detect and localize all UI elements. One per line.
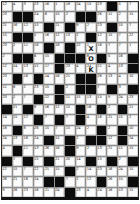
cell-r8c2[interactable]: 2 bbox=[23, 85, 33, 94]
cell-r16c7[interactable]: 2 bbox=[76, 167, 86, 176]
cell-r3c11[interactable]: 7 bbox=[118, 33, 128, 42]
code-number: 26 bbox=[97, 74, 101, 78]
puzzle-page: 1243231611824152357232461522611215211612… bbox=[0, 0, 140, 204]
code-number: 15 bbox=[3, 33, 7, 37]
code-number: 13 bbox=[118, 188, 122, 192]
cell-r16c0[interactable]: 12 bbox=[2, 167, 12, 176]
cell-r11c6[interactable]: 7 bbox=[65, 115, 75, 124]
cell-r12c3[interactable]: 26 bbox=[34, 126, 44, 135]
cell-r12c10[interactable]: 2 bbox=[107, 126, 117, 135]
cell-r4c1[interactable]: 2 bbox=[13, 43, 23, 52]
cell-r5c11[interactable]: 16 bbox=[118, 54, 128, 63]
code-number: 21 bbox=[45, 167, 49, 171]
cell-r9c10[interactable]: 9 bbox=[107, 95, 117, 104]
code-number: 1 bbox=[55, 2, 57, 6]
cell-r4c5[interactable]: 18 bbox=[55, 43, 65, 52]
cell-r4c11[interactable]: 7 bbox=[118, 43, 128, 52]
cell-r8c0[interactable]: 11 bbox=[2, 85, 12, 94]
cell-r12c2[interactable]: 8 bbox=[23, 126, 33, 135]
code-number: 2 bbox=[87, 126, 89, 130]
code-number: 4 bbox=[76, 64, 78, 68]
cell-r11c12[interactable]: 2 bbox=[128, 115, 138, 124]
cell-r16c1[interactable]: 15 bbox=[13, 167, 23, 176]
cell-r16c4[interactable]: 21 bbox=[44, 167, 54, 176]
code-number: 6 bbox=[45, 12, 47, 16]
cell-r5c4[interactable]: 15 bbox=[44, 54, 54, 63]
black-cell-r8c7 bbox=[76, 85, 86, 94]
cell-r16c8[interactable]: 14 bbox=[86, 167, 96, 176]
code-number: 17 bbox=[45, 64, 49, 68]
cell-r12c8[interactable]: 2 bbox=[86, 126, 96, 135]
cell-r9c6[interactable]: 11 bbox=[65, 95, 75, 104]
code-number: 21 bbox=[55, 157, 59, 161]
cell-r18c0[interactable]: 9 bbox=[2, 188, 12, 197]
code-number: 13 bbox=[66, 33, 70, 37]
cell-r8c6[interactable]: 2 bbox=[65, 85, 75, 94]
cell-r15c7[interactable]: 14 bbox=[76, 157, 86, 166]
cell-r3c6[interactable]: 13 bbox=[65, 33, 75, 42]
cell-r13c0[interactable]: 24 bbox=[2, 136, 12, 145]
code-number: 4 bbox=[87, 115, 89, 119]
code-number: 7 bbox=[13, 157, 15, 161]
cell-r2c0[interactable]: 21 bbox=[2, 23, 12, 32]
cell-r18c4[interactable]: 21 bbox=[44, 188, 54, 197]
code-number: 15 bbox=[34, 64, 38, 68]
cell-r3c5[interactable]: 12 bbox=[55, 33, 65, 42]
cell-r7c10[interactable]: 13 bbox=[107, 74, 117, 83]
cell-r1c4[interactable]: 6 bbox=[44, 12, 54, 21]
cell-r6c3[interactable]: 15 bbox=[34, 64, 44, 73]
cell-r7c12[interactable]: 10 bbox=[128, 74, 138, 83]
cell-r18c11[interactable]: 13 bbox=[118, 188, 128, 197]
code-number: 2 bbox=[76, 177, 78, 181]
black-cell-r7c7 bbox=[76, 74, 86, 83]
cell-r6c0[interactable]: 12 bbox=[2, 64, 12, 73]
code-number: 1 bbox=[129, 43, 131, 47]
code-number: 16 bbox=[13, 23, 17, 27]
cell-r4c3[interactable]: 16 bbox=[34, 43, 44, 52]
code-number: 23 bbox=[3, 43, 7, 47]
cell-r13c10[interactable]: 12 bbox=[107, 136, 117, 145]
cell-r14c0[interactable]: 4 bbox=[2, 146, 12, 155]
code-number: 2 bbox=[76, 33, 78, 37]
cell-r0c9[interactable]: 23 bbox=[97, 2, 107, 11]
cell-r14c12[interactable]: 15 bbox=[128, 146, 138, 155]
code-number: 21 bbox=[13, 177, 17, 181]
cell-r18c1[interactable]: 26 bbox=[13, 188, 23, 197]
code-number: 8 bbox=[13, 85, 15, 89]
cell-r7c0[interactable]: 23 bbox=[2, 74, 12, 83]
code-number: 9 bbox=[76, 146, 78, 150]
cell-r15c3[interactable]: 15 bbox=[34, 157, 44, 166]
code-number: 14 bbox=[13, 64, 17, 68]
given-letter-cell-r5c8[interactable]: 8O bbox=[86, 54, 96, 63]
black-cell-r1c2 bbox=[23, 12, 33, 21]
cell-r2c1[interactable]: 16 bbox=[13, 23, 23, 32]
cell-r14c5[interactable]: 16 bbox=[55, 146, 65, 155]
cell-r2c11[interactable]: 15 bbox=[118, 23, 128, 32]
cell-r6c2[interactable]: 13 bbox=[23, 64, 33, 73]
cell-r2c12[interactable]: 7 bbox=[128, 23, 138, 32]
cell-r0c5[interactable]: 1 bbox=[55, 2, 65, 11]
black-cell-r14c6 bbox=[65, 146, 75, 155]
cell-r11c9[interactable]: 16 bbox=[97, 115, 107, 124]
cell-r14c3[interactable]: 13 bbox=[34, 146, 44, 155]
cell-r1c12[interactable]: 15 bbox=[128, 12, 138, 21]
code-number: 2 bbox=[76, 136, 78, 140]
code-number: 23 bbox=[34, 2, 38, 6]
cell-r0c2[interactable]: 3 bbox=[23, 2, 33, 11]
cell-r8c11[interactable]: 3 bbox=[118, 85, 128, 94]
black-cell-r15c4 bbox=[44, 157, 54, 166]
cell-r9c11[interactable]: 24 bbox=[118, 95, 128, 104]
cell-r15c11[interactable]: 2 bbox=[118, 157, 128, 166]
code-number: 21 bbox=[108, 146, 112, 150]
black-cell-r4c4 bbox=[44, 43, 54, 52]
code-number: 16 bbox=[97, 115, 101, 119]
cell-r16c10[interactable]: 16 bbox=[107, 167, 117, 176]
given-letter-O: O bbox=[86, 56, 96, 63]
code-number: 12 bbox=[24, 23, 28, 27]
cell-r13c12[interactable]: 24 bbox=[128, 136, 138, 145]
cell-r2c7[interactable]: 9 bbox=[76, 23, 86, 32]
code-number: 15 bbox=[108, 33, 112, 37]
cell-r1c6[interactable]: 2 bbox=[65, 12, 75, 21]
cell-r16c2[interactable]: 7 bbox=[23, 167, 33, 176]
cell-r4c10[interactable]: 7 bbox=[107, 43, 117, 52]
cell-r4c12[interactable]: 1 bbox=[128, 43, 138, 52]
cell-r2c8[interactable]: 2 bbox=[86, 23, 96, 32]
cell-r6c6[interactable]: 23 bbox=[65, 64, 75, 73]
cell-r7c4[interactable]: 14 bbox=[44, 74, 54, 83]
cell-r0c12[interactable]: 7 bbox=[128, 2, 138, 11]
code-number: 15 bbox=[118, 177, 122, 181]
code-number: 22 bbox=[129, 33, 133, 37]
black-cell-r16c6 bbox=[65, 167, 75, 176]
cell-r10c10[interactable]: 2 bbox=[107, 105, 117, 114]
black-cell-r9c3 bbox=[34, 95, 44, 104]
cell-r15c5[interactable]: 21 bbox=[55, 157, 65, 166]
cell-r12c4[interactable]: 15 bbox=[44, 126, 54, 135]
cell-r3c3[interactable]: 5 bbox=[34, 33, 44, 42]
code-number: 12 bbox=[3, 167, 7, 171]
cell-r12c6[interactable]: 15 bbox=[65, 126, 75, 135]
cell-r17c3[interactable]: 24 bbox=[34, 177, 44, 186]
black-cell-r14c1 bbox=[13, 146, 23, 155]
black-cell-r3c8 bbox=[86, 33, 96, 42]
black-cell-r7c3 bbox=[34, 74, 44, 83]
cell-r5c0[interactable]: 2 bbox=[2, 54, 12, 63]
black-cell-r2c10 bbox=[107, 23, 117, 32]
code-number: 4 bbox=[3, 146, 5, 150]
code-number: 12 bbox=[3, 64, 7, 68]
cell-r4c2[interactable]: 11 bbox=[23, 43, 33, 52]
cell-r17c10[interactable]: 26 bbox=[107, 177, 117, 186]
cell-r10c6[interactable]: 15 bbox=[65, 105, 75, 114]
code-number: 14 bbox=[76, 157, 80, 161]
black-cell-r1c7 bbox=[76, 12, 86, 21]
code-number: 16 bbox=[45, 2, 49, 6]
cell-r12c5[interactable]: 7 bbox=[55, 126, 65, 135]
black-cell-r10c9 bbox=[97, 105, 107, 114]
black-cell-r10c2 bbox=[23, 105, 33, 114]
cell-r10c4[interactable]: 16 bbox=[44, 105, 54, 114]
code-number: 26 bbox=[97, 12, 101, 16]
black-cell-r10c7 bbox=[76, 105, 86, 114]
black-cell-r13c6 bbox=[65, 136, 75, 145]
cell-r5c10[interactable]: 5 bbox=[107, 54, 117, 63]
cell-r3c7[interactable]: 2 bbox=[76, 33, 86, 42]
code-number: 15 bbox=[13, 167, 17, 171]
cell-r8c9[interactable]: 7 bbox=[97, 85, 107, 94]
codeword-grid: 1243231611824152357232461522611215211612… bbox=[1, 1, 139, 200]
cell-r4c0[interactable]: 23 bbox=[2, 43, 12, 52]
cell-r3c10[interactable]: 15 bbox=[107, 33, 117, 42]
black-cell-r5c12 bbox=[128, 54, 138, 63]
cell-r1c9[interactable]: 26 bbox=[97, 12, 107, 21]
cell-r11c4[interactable]: 7 bbox=[44, 115, 54, 124]
code-number: 16 bbox=[108, 188, 112, 192]
code-number: 21 bbox=[13, 105, 17, 109]
code-number: 15 bbox=[55, 136, 59, 140]
black-cell-r15c12 bbox=[128, 157, 138, 166]
code-number: 24 bbox=[118, 95, 122, 99]
code-number: 2 bbox=[108, 105, 110, 109]
code-number: 2 bbox=[118, 157, 120, 161]
cell-r9c9[interactable]: 15 bbox=[97, 95, 107, 104]
cell-r11c10[interactable]: 21 bbox=[107, 115, 117, 124]
cell-r0c4[interactable]: 16 bbox=[44, 2, 54, 11]
code-number: 16 bbox=[97, 43, 101, 47]
cell-r8c1[interactable]: 8 bbox=[13, 85, 23, 94]
cell-r1c5[interactable]: 15 bbox=[55, 12, 65, 21]
cell-r10c5[interactable]: 12 bbox=[55, 105, 65, 114]
black-cell-r5c1 bbox=[13, 54, 23, 63]
cell-r9c12[interactable]: 23 bbox=[128, 95, 138, 104]
black-cell-r0c10 bbox=[107, 2, 117, 11]
cell-r1c3[interactable]: 24 bbox=[34, 12, 44, 21]
cell-r14c2[interactable]: 11 bbox=[23, 146, 33, 155]
code-number: 12 bbox=[108, 136, 112, 140]
code-number: 11 bbox=[66, 95, 70, 99]
cell-r16c9[interactable]: 23 bbox=[97, 167, 107, 176]
cell-r16c3[interactable]: 22 bbox=[34, 167, 44, 176]
black-cell-r2c4 bbox=[44, 23, 54, 32]
cell-r17c8[interactable]: 12 bbox=[86, 177, 96, 186]
cell-r18c12[interactable]: 15 bbox=[128, 188, 138, 197]
cell-r10c3[interactable]: 9 bbox=[34, 105, 44, 114]
cell-r9c8[interactable]: 13 bbox=[86, 95, 96, 104]
cell-r17c7[interactable]: 2 bbox=[76, 177, 86, 186]
code-number: 7 bbox=[24, 95, 26, 99]
code-number: 5 bbox=[108, 54, 110, 58]
cell-r17c0[interactable]: 26 bbox=[2, 177, 12, 186]
cell-r9c2[interactable]: 7 bbox=[23, 95, 33, 104]
cell-r1c11[interactable]: 2 bbox=[118, 12, 128, 21]
cell-r13c7[interactable]: 2 bbox=[76, 136, 86, 145]
cell-r12c12[interactable]: 10 bbox=[128, 126, 138, 135]
code-number: 23 bbox=[34, 85, 38, 89]
black-cell-r15c10 bbox=[107, 157, 117, 166]
code-number: 7 bbox=[66, 115, 68, 119]
black-cell-r12c9 bbox=[97, 126, 107, 135]
cell-r9c1[interactable]: 2 bbox=[13, 95, 23, 104]
cell-r2c5[interactable]: 21 bbox=[55, 23, 65, 32]
cell-r0c7[interactable]: 24 bbox=[76, 2, 86, 11]
cell-r11c11[interactable]: 15 bbox=[118, 115, 128, 124]
cell-r3c9[interactable]: 12 bbox=[97, 33, 107, 42]
cell-r7c5[interactable]: 16 bbox=[55, 74, 65, 83]
cell-r17c1[interactable]: 21 bbox=[13, 177, 23, 186]
code-number: 15 bbox=[118, 115, 122, 119]
cell-r18c5[interactable]: 24 bbox=[55, 188, 65, 197]
cell-r9c4[interactable]: 22 bbox=[44, 95, 54, 104]
cell-r9c7[interactable]: 15 bbox=[76, 95, 86, 104]
cell-r15c9[interactable]: 15 bbox=[97, 157, 107, 166]
black-cell-r13c4 bbox=[44, 136, 54, 145]
black-cell-r3c1 bbox=[13, 33, 23, 42]
code-number: 4 bbox=[108, 64, 110, 68]
code-number: 24 bbox=[34, 12, 38, 16]
cell-r14c7[interactable]: 9 bbox=[76, 146, 86, 155]
cell-r12c7[interactable]: 24 bbox=[76, 126, 86, 135]
code-number: 21 bbox=[129, 105, 133, 109]
cell-r1c0[interactable]: 23 bbox=[2, 12, 12, 21]
black-cell-r3c2 bbox=[23, 33, 33, 42]
cell-r3c4[interactable]: 16 bbox=[44, 33, 54, 42]
cell-r18c10[interactable]: 16 bbox=[107, 188, 117, 197]
code-number: 22 bbox=[45, 95, 49, 99]
cell-r10c1[interactable]: 21 bbox=[13, 105, 23, 114]
cell-r4c7[interactable]: 22 bbox=[76, 43, 86, 52]
cell-r7c9[interactable]: 26 bbox=[97, 74, 107, 83]
cell-r0c1[interactable]: 4 bbox=[13, 2, 23, 11]
given-letter-K: K bbox=[86, 66, 96, 73]
cell-r14c11[interactable]: 11 bbox=[118, 146, 128, 155]
code-number: 26 bbox=[3, 177, 7, 181]
code-number: 15 bbox=[45, 126, 49, 130]
black-cell-r8c10 bbox=[107, 85, 117, 94]
code-number: 3 bbox=[24, 2, 26, 6]
given-letter-cell-r6c8[interactable]: 24K bbox=[86, 64, 96, 73]
cell-r10c8[interactable]: 16 bbox=[86, 105, 96, 114]
cell-r3c12[interactable]: 22 bbox=[128, 33, 138, 42]
cell-r18c8[interactable]: 4 bbox=[86, 188, 96, 197]
cell-r2c3[interactable]: 15 bbox=[34, 23, 44, 32]
cell-r9c0[interactable]: 23 bbox=[2, 95, 12, 104]
cell-r16c11[interactable]: 24 bbox=[118, 167, 128, 176]
code-number: 15 bbox=[129, 188, 133, 192]
cell-r0c3[interactable]: 23 bbox=[34, 2, 44, 11]
cell-r6c1[interactable]: 14 bbox=[13, 64, 23, 73]
cell-r11c1[interactable]: 15 bbox=[13, 115, 23, 124]
code-number: 16 bbox=[55, 74, 59, 78]
cell-r18c9[interactable]: 24 bbox=[97, 188, 107, 197]
code-number: 20 bbox=[66, 157, 70, 161]
cell-r1c10[interactable]: 11 bbox=[107, 12, 117, 21]
cell-r13c1[interactable]: 13 bbox=[13, 136, 23, 145]
given-letter-cell-r4c8[interactable]: 1X bbox=[86, 43, 96, 52]
cell-r13c2[interactable]: 16 bbox=[23, 136, 33, 145]
code-number: 21 bbox=[66, 74, 70, 78]
code-number: 16 bbox=[34, 188, 38, 192]
cell-r7c6[interactable]: 21 bbox=[65, 74, 75, 83]
cell-r11c8[interactable]: 4 bbox=[86, 115, 96, 124]
cell-r6c11[interactable]: 13 bbox=[118, 64, 128, 73]
black-cell-r7c1 bbox=[13, 74, 23, 83]
cell-r14c4[interactable]: 26 bbox=[44, 146, 54, 155]
code-number: 23 bbox=[3, 12, 7, 16]
black-cell-r5c6 bbox=[65, 54, 75, 63]
cell-r18c2[interactable]: 23 bbox=[23, 188, 33, 197]
cell-r2c2[interactable]: 12 bbox=[23, 23, 33, 32]
cell-r8c3[interactable]: 23 bbox=[34, 85, 44, 94]
cell-r6c7[interactable]: 4 bbox=[76, 64, 86, 73]
code-number: 5 bbox=[118, 2, 120, 6]
cell-r0c8[interactable]: 15 bbox=[86, 2, 96, 11]
code-number: 26 bbox=[34, 126, 38, 130]
cell-r0c6[interactable]: 18 bbox=[65, 2, 75, 11]
cell-r18c3[interactable]: 16 bbox=[34, 188, 44, 197]
cell-r14c9[interactable]: 13 bbox=[97, 146, 107, 155]
cell-r5c3[interactable]: 6 bbox=[34, 54, 44, 63]
cell-r7c2[interactable]: 16 bbox=[23, 74, 33, 83]
cell-r6c9[interactable]: 21 bbox=[97, 64, 107, 73]
code-number: 12 bbox=[87, 177, 91, 181]
code-number: 7 bbox=[66, 177, 68, 181]
cell-r16c12[interactable]: 15 bbox=[128, 167, 138, 176]
cell-r18c7[interactable]: 23 bbox=[76, 188, 86, 197]
code-number: 3 bbox=[118, 85, 120, 89]
cell-r6c4[interactable]: 17 bbox=[44, 64, 54, 73]
cell-r2c9[interactable]: 23 bbox=[97, 23, 107, 32]
cell-r13c5[interactable]: 15 bbox=[55, 136, 65, 145]
code-number: 24 bbox=[118, 167, 122, 171]
cell-r17c11[interactable]: 15 bbox=[118, 177, 128, 186]
cell-r10c12[interactable]: 21 bbox=[128, 105, 138, 114]
cell-r3c0[interactable]: 15 bbox=[2, 33, 12, 42]
cell-r15c1[interactable]: 7 bbox=[13, 157, 23, 166]
code-number: 7 bbox=[118, 43, 120, 47]
cell-r13c3[interactable]: 24 bbox=[34, 136, 44, 145]
black-cell-r12c1 bbox=[13, 126, 23, 135]
cell-r8c4[interactable]: 15 bbox=[44, 85, 54, 94]
code-number: 24 bbox=[55, 188, 59, 192]
cell-r14c10[interactable]: 21 bbox=[107, 146, 117, 155]
code-number: 23 bbox=[66, 64, 70, 68]
cell-r17c6[interactable]: 7 bbox=[65, 177, 75, 186]
cell-r0c0[interactable]: 12 bbox=[2, 2, 12, 11]
cell-r15c6[interactable]: 20 bbox=[65, 157, 75, 166]
cell-r0c11[interactable]: 5 bbox=[118, 2, 128, 11]
cell-r11c2[interactable]: 12 bbox=[23, 115, 33, 124]
code-number: 21 bbox=[55, 23, 59, 27]
cell-r14c8[interactable]: 2 bbox=[86, 146, 96, 155]
cell-r17c2[interactable]: 16 bbox=[23, 177, 33, 186]
code-number: 23 bbox=[3, 74, 7, 78]
code-number: 18 bbox=[55, 43, 59, 47]
cell-r11c0[interactable]: 14 bbox=[2, 115, 12, 124]
cell-r12c0[interactable]: 18 bbox=[2, 126, 12, 135]
code-number: 12 bbox=[55, 33, 59, 37]
cell-r16c5[interactable]: 15 bbox=[55, 167, 65, 176]
cell-r4c9[interactable]: 16 bbox=[97, 43, 107, 52]
cell-r6c10[interactable]: 4 bbox=[107, 64, 117, 73]
cell-r7c11[interactable]: 4 bbox=[118, 74, 128, 83]
code-number: 16 bbox=[87, 105, 91, 109]
code-number: 24 bbox=[3, 136, 7, 140]
code-number: 7 bbox=[97, 85, 99, 89]
